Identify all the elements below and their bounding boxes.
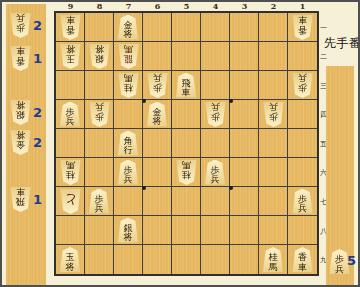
gote-hand-piece-4[interactable]: 飛車	[10, 187, 31, 212]
square-94[interactable]: 歩兵	[56, 100, 85, 129]
square-64[interactable]: 金将	[143, 100, 172, 129]
square-98[interactable]	[56, 216, 85, 245]
star-point	[229, 186, 233, 190]
square-37[interactable]	[230, 187, 259, 216]
square-57[interactable]	[172, 187, 201, 216]
piece-gote-73[interactable]: 桂馬	[118, 73, 139, 98]
square-55[interactable]	[172, 129, 201, 158]
piece-gote-56[interactable]: 桂馬	[176, 160, 197, 185]
square-14[interactable]	[288, 100, 317, 129]
square-99[interactable]: 玉将	[56, 245, 85, 274]
gote-hand-count-4: 1	[33, 192, 42, 207]
file-label-6: 6	[143, 2, 172, 11]
square-83[interactable]	[85, 71, 114, 100]
square-63[interactable]: 歩兵	[143, 71, 172, 100]
square-28[interactable]	[259, 216, 288, 245]
piece-gote-11[interactable]: 香車	[292, 15, 313, 40]
piece-gote-84[interactable]: 歩兵	[89, 102, 110, 127]
file-labels: 987654321	[56, 2, 317, 11]
file-label-5: 5	[172, 2, 201, 11]
square-95[interactable]	[56, 129, 85, 158]
piece-sente-53[interactable]: 飛車	[176, 73, 197, 98]
gote-hand-piece-2[interactable]: 銀将	[10, 100, 31, 125]
square-61[interactable]	[143, 13, 172, 42]
square-78[interactable]: 銀将	[114, 216, 143, 245]
square-11[interactable]: 香車	[288, 13, 317, 42]
square-81[interactable]	[85, 13, 114, 42]
square-36[interactable]	[230, 158, 259, 187]
shogi-app: 歩兵香車銀将金将飛車 987654321 一二三四五六七八九 香車金将香車玉将銀…	[0, 0, 360, 287]
square-67[interactable]	[143, 187, 172, 216]
piece-gote-44[interactable]: 歩兵	[205, 102, 226, 127]
gote-hand-count-0: 2	[33, 18, 42, 33]
piece-sente-29[interactable]: 桂馬	[263, 247, 284, 272]
square-54[interactable]	[172, 100, 201, 129]
square-76[interactable]: 歩兵	[114, 158, 143, 187]
square-86[interactable]	[85, 158, 114, 187]
board: 香車金将香車玉将銀将龍馬桂馬歩兵飛車歩兵歩兵歩兵金将歩兵歩兵角行桂馬歩兵桂馬歩兵…	[54, 11, 319, 276]
piece-gote-13[interactable]: 歩兵	[292, 73, 313, 98]
square-79[interactable]	[114, 245, 143, 274]
piece-gote-82[interactable]: 銀将	[89, 44, 110, 69]
square-48[interactable]	[201, 216, 230, 245]
square-32[interactable]	[230, 42, 259, 71]
piece-sente-19[interactable]: 香車	[292, 247, 313, 272]
piece-sente-94[interactable]: 歩兵	[60, 102, 81, 127]
square-39[interactable]	[230, 245, 259, 274]
piece-sente-75[interactable]: 角行	[118, 131, 139, 156]
square-71[interactable]: 金将	[114, 13, 143, 42]
square-52[interactable]	[172, 42, 201, 71]
square-93[interactable]	[56, 71, 85, 100]
square-88[interactable]	[85, 216, 114, 245]
piece-gote-72[interactable]: 龍馬	[118, 44, 139, 69]
square-35[interactable]	[230, 129, 259, 158]
piece-gote-96[interactable]: 桂馬	[60, 160, 81, 185]
square-24[interactable]: 歩兵	[259, 100, 288, 129]
gote-hand-count-1: 1	[33, 51, 42, 66]
piece-gote-91[interactable]: 香車	[60, 15, 81, 40]
star-point	[229, 99, 233, 103]
square-19[interactable]: 香車	[288, 245, 317, 274]
square-45[interactable]	[201, 129, 230, 158]
square-17[interactable]: 歩兵	[288, 187, 317, 216]
square-85[interactable]	[85, 129, 114, 158]
square-72[interactable]: 龍馬	[114, 42, 143, 71]
file-label-3: 3	[230, 2, 259, 11]
square-42[interactable]	[201, 42, 230, 71]
square-65[interactable]	[143, 129, 172, 158]
square-23[interactable]	[259, 71, 288, 100]
piece-gote-63[interactable]: 歩兵	[147, 73, 168, 98]
square-92[interactable]: 玉将	[56, 42, 85, 71]
square-58[interactable]	[172, 216, 201, 245]
star-point	[142, 186, 146, 190]
square-91[interactable]: 香車	[56, 13, 85, 42]
square-27[interactable]	[259, 187, 288, 216]
square-66[interactable]	[143, 158, 172, 187]
turn-indicator: 先手番	[324, 35, 360, 52]
file-label-7: 7	[114, 2, 143, 11]
square-38[interactable]	[230, 216, 259, 245]
square-46[interactable]: 歩兵	[201, 158, 230, 187]
square-89[interactable]	[85, 245, 114, 274]
square-43[interactable]	[201, 71, 230, 100]
square-56[interactable]: 桂馬	[172, 158, 201, 187]
square-13[interactable]: 歩兵	[288, 71, 317, 100]
square-33[interactable]	[230, 71, 259, 100]
file-label-4: 4	[201, 2, 230, 11]
piece-sente-78[interactable]: 銀将	[118, 218, 139, 243]
sente-hand-count-0: 5	[347, 253, 356, 268]
square-73[interactable]: 桂馬	[114, 71, 143, 100]
gote-hand-count-2: 2	[33, 105, 42, 120]
square-96[interactable]: 桂馬	[56, 158, 85, 187]
square-77[interactable]	[114, 187, 143, 216]
piece-sente-71[interactable]: 金将	[118, 15, 139, 40]
piece-sente-87[interactable]: 歩兵	[89, 189, 110, 214]
square-97[interactable]: と	[56, 187, 85, 216]
square-26[interactable]	[259, 158, 288, 187]
file-label-2: 2	[259, 2, 288, 11]
square-75[interactable]: 角行	[114, 129, 143, 158]
square-62[interactable]	[143, 42, 172, 71]
square-69[interactable]	[143, 245, 172, 274]
gote-hand-piece-3[interactable]: 金将	[10, 130, 31, 155]
square-44[interactable]: 歩兵	[201, 100, 230, 129]
square-16[interactable]	[288, 158, 317, 187]
piece-gote-92[interactable]: 玉将	[60, 44, 81, 69]
square-53[interactable]: 飛車	[172, 71, 201, 100]
gote-hand-count-3: 2	[33, 135, 42, 150]
piece-sente-17[interactable]: 歩兵	[292, 189, 313, 214]
square-82[interactable]: 銀将	[85, 42, 114, 71]
piece-gote-97[interactable]: と	[60, 189, 81, 214]
square-12[interactable]	[288, 42, 317, 71]
file-label-8: 8	[85, 2, 114, 11]
square-49[interactable]	[201, 245, 230, 274]
square-87[interactable]: 歩兵	[85, 187, 114, 216]
piece-sente-64[interactable]: 金将	[147, 102, 168, 127]
square-47[interactable]	[201, 187, 230, 216]
square-74[interactable]	[114, 100, 143, 129]
square-18[interactable]	[288, 216, 317, 245]
square-34[interactable]	[230, 100, 259, 129]
square-21[interactable]	[259, 13, 288, 42]
square-84[interactable]: 歩兵	[85, 100, 114, 129]
square-22[interactable]	[259, 42, 288, 71]
square-15[interactable]	[288, 129, 317, 158]
square-31[interactable]	[230, 13, 259, 42]
square-25[interactable]	[259, 129, 288, 158]
square-68[interactable]	[143, 216, 172, 245]
file-label-1: 1	[288, 2, 317, 11]
square-51[interactable]	[172, 13, 201, 42]
file-label-9: 9	[56, 2, 85, 11]
square-29[interactable]: 桂馬	[259, 245, 288, 274]
star-point	[142, 99, 146, 103]
piece-sente-99[interactable]: 玉将	[60, 247, 81, 272]
square-59[interactable]	[172, 245, 201, 274]
piece-sente-46[interactable]: 歩兵	[205, 160, 226, 185]
gote-hand-piece-0[interactable]: 歩兵	[10, 13, 31, 38]
square-41[interactable]	[201, 13, 230, 42]
piece-gote-24[interactable]: 歩兵	[263, 102, 284, 127]
piece-sente-76[interactable]: 歩兵	[118, 160, 139, 185]
gote-hand-piece-1[interactable]: 香車	[10, 46, 31, 71]
